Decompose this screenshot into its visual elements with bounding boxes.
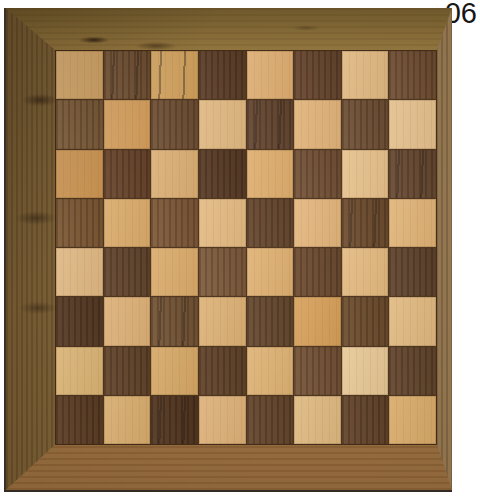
chessboard [6,8,452,490]
square-b5[interactable] [104,199,151,247]
square-g7[interactable] [342,100,389,148]
square-e7[interactable] [247,100,294,148]
square-h8[interactable] [389,51,436,99]
square-h7[interactable] [389,100,436,148]
square-g4[interactable] [342,248,389,296]
square-c5[interactable] [151,199,198,247]
square-b8[interactable] [104,51,151,99]
square-a3[interactable] [56,297,103,345]
square-b1[interactable] [104,396,151,444]
square-e6[interactable] [247,150,294,198]
square-a2[interactable] [56,347,103,395]
square-e1[interactable] [247,396,294,444]
square-d7[interactable] [199,100,246,148]
square-b6[interactable] [104,150,151,198]
square-e5[interactable] [247,199,294,247]
square-e4[interactable] [247,248,294,296]
square-a5[interactable] [56,199,103,247]
square-h6[interactable] [389,150,436,198]
square-c2[interactable] [151,347,198,395]
square-a4[interactable] [56,248,103,296]
square-f8[interactable] [294,51,341,99]
square-f6[interactable] [294,150,341,198]
board-squares [55,50,437,445]
square-c3[interactable] [151,297,198,345]
square-c4[interactable] [151,248,198,296]
square-b7[interactable] [104,100,151,148]
square-g2[interactable] [342,347,389,395]
square-f3[interactable] [294,297,341,345]
square-b4[interactable] [104,248,151,296]
square-d6[interactable] [199,150,246,198]
square-g6[interactable] [342,150,389,198]
square-e3[interactable] [247,297,294,345]
square-d8[interactable] [199,51,246,99]
square-d3[interactable] [199,297,246,345]
square-e2[interactable] [247,347,294,395]
square-d1[interactable] [199,396,246,444]
square-h4[interactable] [389,248,436,296]
square-c6[interactable] [151,150,198,198]
square-h2[interactable] [389,347,436,395]
square-b2[interactable] [104,347,151,395]
square-g8[interactable] [342,51,389,99]
square-f7[interactable] [294,100,341,148]
square-g1[interactable] [342,396,389,444]
square-b3[interactable] [104,297,151,345]
board-photo: 06 [0,0,480,500]
square-e8[interactable] [247,51,294,99]
square-d5[interactable] [199,199,246,247]
square-a6[interactable] [56,150,103,198]
square-f2[interactable] [294,347,341,395]
square-f4[interactable] [294,248,341,296]
square-g5[interactable] [342,199,389,247]
square-a8[interactable] [56,51,103,99]
square-d2[interactable] [199,347,246,395]
square-h5[interactable] [389,199,436,247]
square-h1[interactable] [389,396,436,444]
square-a7[interactable] [56,100,103,148]
square-a1[interactable] [56,396,103,444]
square-g3[interactable] [342,297,389,345]
square-d4[interactable] [199,248,246,296]
square-f5[interactable] [294,199,341,247]
square-f1[interactable] [294,396,341,444]
square-c7[interactable] [151,100,198,148]
square-c1[interactable] [151,396,198,444]
square-c8[interactable] [151,51,198,99]
square-h3[interactable] [389,297,436,345]
